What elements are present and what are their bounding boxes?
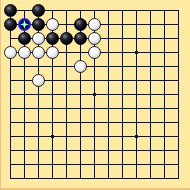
star-point xyxy=(135,51,138,54)
white-stone xyxy=(46,18,59,31)
black-stone xyxy=(74,32,87,45)
black-stone xyxy=(74,18,87,31)
black-stone xyxy=(46,32,59,45)
white-stone xyxy=(88,32,101,45)
black-stone xyxy=(4,18,17,31)
star-point xyxy=(51,135,54,138)
star-point xyxy=(135,135,138,138)
white-stone xyxy=(18,46,31,59)
black-stone xyxy=(4,4,17,17)
white-stone xyxy=(88,18,101,31)
white-stone xyxy=(32,74,45,87)
white-stone xyxy=(46,46,59,59)
black-stone xyxy=(60,32,73,45)
go-board[interactable] xyxy=(0,0,190,190)
last-move-black-stone xyxy=(18,18,31,31)
white-stone xyxy=(32,46,45,59)
white-stone xyxy=(32,32,45,45)
white-stone xyxy=(88,46,101,59)
black-stone xyxy=(32,18,45,31)
star-point xyxy=(93,93,96,96)
black-stone xyxy=(18,32,31,45)
white-stone xyxy=(4,46,17,59)
white-stone xyxy=(74,60,87,73)
last-move-sparkle-icon xyxy=(20,20,29,29)
black-stone xyxy=(32,4,45,17)
